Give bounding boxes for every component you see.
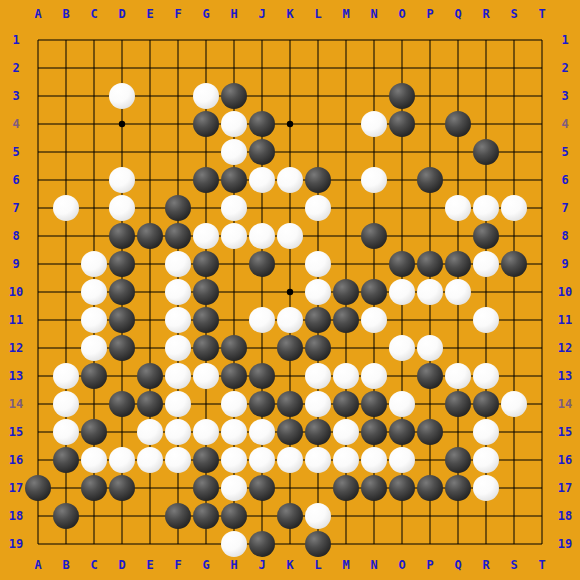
column-label-bottom-R: R xyxy=(475,557,497,573)
column-label-top-P: P xyxy=(419,6,441,22)
black-stone-P13[interactable] xyxy=(417,363,443,389)
black-stone-F7[interactable] xyxy=(165,195,191,221)
black-stone-K12[interactable] xyxy=(277,335,303,361)
white-stone-H17[interactable] xyxy=(221,475,247,501)
black-stone-L6[interactable] xyxy=(305,167,331,193)
white-stone-G15[interactable] xyxy=(193,419,219,445)
black-stone-N14[interactable] xyxy=(361,391,387,417)
white-stone-P12[interactable] xyxy=(417,335,443,361)
row-label-left-12: 12 xyxy=(5,340,27,356)
white-stone-J15[interactable] xyxy=(249,419,275,445)
column-label-bottom-E: E xyxy=(139,557,161,573)
white-stone-J8[interactable] xyxy=(249,223,275,249)
black-stone-J4[interactable] xyxy=(249,111,275,137)
column-label-top-L: L xyxy=(307,6,329,22)
row-label-left-13: 13 xyxy=(5,368,27,384)
column-label-bottom-T: T xyxy=(531,557,553,573)
black-stone-F8[interactable] xyxy=(165,223,191,249)
black-stone-M11[interactable] xyxy=(333,307,359,333)
row-label-left-10: 10 xyxy=(5,284,27,300)
black-stone-E13[interactable] xyxy=(137,363,163,389)
black-stone-J9[interactable] xyxy=(249,251,275,277)
column-label-top-D: D xyxy=(111,6,133,22)
column-label-bottom-B: B xyxy=(55,557,77,573)
column-label-bottom-H: H xyxy=(223,557,245,573)
column-label-top-N: N xyxy=(363,6,385,22)
black-stone-A17[interactable] xyxy=(25,475,51,501)
row-label-right-12: 12 xyxy=(554,340,576,356)
white-stone-F16[interactable] xyxy=(165,447,191,473)
column-label-bottom-F: F xyxy=(167,557,189,573)
white-stone-H19[interactable] xyxy=(221,531,247,557)
star-point-K10 xyxy=(287,289,293,295)
black-stone-Q16[interactable] xyxy=(445,447,471,473)
white-stone-N11[interactable] xyxy=(361,307,387,333)
white-stone-G3[interactable] xyxy=(193,83,219,109)
row-label-right-5: 5 xyxy=(554,144,576,160)
white-stone-H8[interactable] xyxy=(221,223,247,249)
row-label-right-14: 14 xyxy=(554,396,576,412)
white-stone-M13[interactable] xyxy=(333,363,359,389)
black-stone-K15[interactable] xyxy=(277,419,303,445)
white-stone-F15[interactable] xyxy=(165,419,191,445)
row-label-right-18: 18 xyxy=(554,508,576,524)
white-stone-N13[interactable] xyxy=(361,363,387,389)
white-stone-H16[interactable] xyxy=(221,447,247,473)
row-label-right-8: 8 xyxy=(554,228,576,244)
black-stone-M14[interactable] xyxy=(333,391,359,417)
black-stone-O17[interactable] xyxy=(389,475,415,501)
column-label-bottom-G: G xyxy=(195,557,217,573)
column-label-top-S: S xyxy=(503,6,525,22)
white-stone-R7[interactable] xyxy=(473,195,499,221)
row-label-left-19: 19 xyxy=(5,536,27,552)
black-stone-Q9[interactable] xyxy=(445,251,471,277)
column-label-bottom-K: K xyxy=(279,557,301,573)
white-stone-C12[interactable] xyxy=(81,335,107,361)
row-label-right-2: 2 xyxy=(554,60,576,76)
black-stone-H13[interactable] xyxy=(221,363,247,389)
column-label-top-B: B xyxy=(55,6,77,22)
black-stone-D8[interactable] xyxy=(109,223,135,249)
black-stone-F18[interactable] xyxy=(165,503,191,529)
row-label-right-10: 10 xyxy=(554,284,576,300)
white-stone-K16[interactable] xyxy=(277,447,303,473)
black-stone-G12[interactable] xyxy=(193,335,219,361)
row-label-right-16: 16 xyxy=(554,452,576,468)
black-stone-Q14[interactable] xyxy=(445,391,471,417)
black-stone-H12[interactable] xyxy=(221,335,247,361)
black-stone-P17[interactable] xyxy=(417,475,443,501)
row-label-left-16: 16 xyxy=(5,452,27,468)
black-stone-S9[interactable] xyxy=(501,251,527,277)
white-stone-K11[interactable] xyxy=(277,307,303,333)
black-stone-C17[interactable] xyxy=(81,475,107,501)
black-stone-Q4[interactable] xyxy=(445,111,471,137)
white-stone-J11[interactable] xyxy=(249,307,275,333)
white-stone-R9[interactable] xyxy=(473,251,499,277)
row-label-left-7: 7 xyxy=(5,200,27,216)
row-label-right-17: 17 xyxy=(554,480,576,496)
white-stone-K6[interactable] xyxy=(277,167,303,193)
white-stone-O14[interactable] xyxy=(389,391,415,417)
black-stone-E14[interactable] xyxy=(137,391,163,417)
column-label-top-R: R xyxy=(475,6,497,22)
row-label-right-4: 4 xyxy=(554,116,576,132)
black-stone-P15[interactable] xyxy=(417,419,443,445)
white-stone-L18[interactable] xyxy=(305,503,331,529)
white-stone-Q13[interactable] xyxy=(445,363,471,389)
black-stone-J19[interactable] xyxy=(249,531,275,557)
column-label-top-E: E xyxy=(139,6,161,22)
column-label-top-T: T xyxy=(531,6,553,22)
black-stone-G11[interactable] xyxy=(193,307,219,333)
column-label-bottom-J: J xyxy=(251,557,273,573)
black-stone-B18[interactable] xyxy=(53,503,79,529)
white-stone-K8[interactable] xyxy=(277,223,303,249)
row-label-right-1: 1 xyxy=(554,32,576,48)
column-label-top-K: K xyxy=(279,6,301,22)
row-label-right-9: 9 xyxy=(554,256,576,272)
black-stone-K18[interactable] xyxy=(277,503,303,529)
black-stone-H18[interactable] xyxy=(221,503,247,529)
white-stone-D6[interactable] xyxy=(109,167,135,193)
row-label-right-7: 7 xyxy=(554,200,576,216)
white-stone-F12[interactable] xyxy=(165,335,191,361)
black-stone-H3[interactable] xyxy=(221,83,247,109)
black-stone-G16[interactable] xyxy=(193,447,219,473)
white-stone-M15[interactable] xyxy=(333,419,359,445)
row-label-left-18: 18 xyxy=(5,508,27,524)
white-stone-J6[interactable] xyxy=(249,167,275,193)
white-stone-H7[interactable] xyxy=(221,195,247,221)
black-stone-D9[interactable] xyxy=(109,251,135,277)
column-label-top-Q: Q xyxy=(447,6,469,22)
black-stone-N15[interactable] xyxy=(361,419,387,445)
row-label-left-4: 4 xyxy=(5,116,27,132)
black-stone-M17[interactable] xyxy=(333,475,359,501)
column-label-bottom-C: C xyxy=(83,557,105,573)
black-stone-K14[interactable] xyxy=(277,391,303,417)
white-stone-D3[interactable] xyxy=(109,83,135,109)
black-stone-L15[interactable] xyxy=(305,419,331,445)
white-stone-B7[interactable] xyxy=(53,195,79,221)
black-stone-O15[interactable] xyxy=(389,419,415,445)
black-stone-D11[interactable] xyxy=(109,307,135,333)
white-stone-G8[interactable] xyxy=(193,223,219,249)
white-stone-R11[interactable] xyxy=(473,307,499,333)
column-label-top-A: A xyxy=(27,6,49,22)
column-label-top-G: G xyxy=(195,6,217,22)
white-stone-H5[interactable] xyxy=(221,139,247,165)
row-label-right-6: 6 xyxy=(554,172,576,188)
column-label-bottom-D: D xyxy=(111,557,133,573)
row-label-right-15: 15 xyxy=(554,424,576,440)
column-label-top-C: C xyxy=(83,6,105,22)
white-stone-M16[interactable] xyxy=(333,447,359,473)
black-stone-Q17[interactable] xyxy=(445,475,471,501)
black-stone-P9[interactable] xyxy=(417,251,443,277)
white-stone-L10[interactable] xyxy=(305,279,331,305)
black-stone-J17[interactable] xyxy=(249,475,275,501)
white-stone-D7[interactable] xyxy=(109,195,135,221)
black-stone-R14[interactable] xyxy=(473,391,499,417)
white-stone-E15[interactable] xyxy=(137,419,163,445)
black-stone-G6[interactable] xyxy=(193,167,219,193)
white-stone-D16[interactable] xyxy=(109,447,135,473)
white-stone-N6[interactable] xyxy=(361,167,387,193)
white-stone-C16[interactable] xyxy=(81,447,107,473)
black-stone-O3[interactable] xyxy=(389,83,415,109)
white-stone-F10[interactable] xyxy=(165,279,191,305)
row-label-left-2: 2 xyxy=(5,60,27,76)
black-stone-G10[interactable] xyxy=(193,279,219,305)
black-stone-L12[interactable] xyxy=(305,335,331,361)
star-point-K4 xyxy=(287,121,293,127)
black-stone-C15[interactable] xyxy=(81,419,107,445)
black-stone-J5[interactable] xyxy=(249,139,275,165)
black-stone-N10[interactable] xyxy=(361,279,387,305)
row-label-left-6: 6 xyxy=(5,172,27,188)
white-stone-L14[interactable] xyxy=(305,391,331,417)
row-label-left-15: 15 xyxy=(5,424,27,440)
black-stone-D14[interactable] xyxy=(109,391,135,417)
white-stone-N4[interactable] xyxy=(361,111,387,137)
column-label-bottom-O: O xyxy=(391,557,413,573)
column-label-top-O: O xyxy=(391,6,413,22)
white-stone-L9[interactable] xyxy=(305,251,331,277)
row-label-left-5: 5 xyxy=(5,144,27,160)
white-stone-G13[interactable] xyxy=(193,363,219,389)
column-label-bottom-S: S xyxy=(503,557,525,573)
black-stone-C13[interactable] xyxy=(81,363,107,389)
white-stone-H14[interactable] xyxy=(221,391,247,417)
white-stone-B14[interactable] xyxy=(53,391,79,417)
star-point-D4 xyxy=(119,121,125,127)
black-stone-O9[interactable] xyxy=(389,251,415,277)
white-stone-C11[interactable] xyxy=(81,307,107,333)
white-stone-R17[interactable] xyxy=(473,475,499,501)
black-stone-G18[interactable] xyxy=(193,503,219,529)
column-label-bottom-A: A xyxy=(27,557,49,573)
go-board[interactable]: AABBCCDDEEFFGGHHJJKKLLMMNNOOPPQQRRSSTT11… xyxy=(0,0,580,580)
row-label-left-14: 14 xyxy=(5,396,27,412)
black-stone-L19[interactable] xyxy=(305,531,331,557)
black-stone-R8[interactable] xyxy=(473,223,499,249)
white-stone-F14[interactable] xyxy=(165,391,191,417)
black-stone-G4[interactable] xyxy=(193,111,219,137)
white-stone-O12[interactable] xyxy=(389,335,415,361)
white-stone-J16[interactable] xyxy=(249,447,275,473)
column-label-bottom-P: P xyxy=(419,557,441,573)
white-stone-R15[interactable] xyxy=(473,419,499,445)
black-stone-N17[interactable] xyxy=(361,475,387,501)
black-stone-N8[interactable] xyxy=(361,223,387,249)
white-stone-F11[interactable] xyxy=(165,307,191,333)
white-stone-H4[interactable] xyxy=(221,111,247,137)
black-stone-E8[interactable] xyxy=(137,223,163,249)
row-label-left-3: 3 xyxy=(5,88,27,104)
white-stone-P10[interactable] xyxy=(417,279,443,305)
column-label-top-M: M xyxy=(335,6,357,22)
black-stone-J14[interactable] xyxy=(249,391,275,417)
row-label-right-13: 13 xyxy=(554,368,576,384)
white-stone-F9[interactable] xyxy=(165,251,191,277)
white-stone-L16[interactable] xyxy=(305,447,331,473)
white-stone-R16[interactable] xyxy=(473,447,499,473)
row-label-left-17: 17 xyxy=(5,480,27,496)
black-stone-M10[interactable] xyxy=(333,279,359,305)
row-label-right-11: 11 xyxy=(554,312,576,328)
white-stone-C10[interactable] xyxy=(81,279,107,305)
white-stone-L13[interactable] xyxy=(305,363,331,389)
white-stone-O10[interactable] xyxy=(389,279,415,305)
black-stone-L11[interactable] xyxy=(305,307,331,333)
column-label-bottom-L: L xyxy=(307,557,329,573)
row-label-left-9: 9 xyxy=(5,256,27,272)
column-label-bottom-Q: Q xyxy=(447,557,469,573)
row-label-left-1: 1 xyxy=(5,32,27,48)
column-label-top-J: J xyxy=(251,6,273,22)
white-stone-H15[interactable] xyxy=(221,419,247,445)
white-stone-Q7[interactable] xyxy=(445,195,471,221)
white-stone-C9[interactable] xyxy=(81,251,107,277)
white-stone-F13[interactable] xyxy=(165,363,191,389)
white-stone-S14[interactable] xyxy=(501,391,527,417)
column-label-top-H: H xyxy=(223,6,245,22)
black-stone-H6[interactable] xyxy=(221,167,247,193)
column-label-bottom-M: M xyxy=(335,557,357,573)
black-stone-O4[interactable] xyxy=(389,111,415,137)
row-label-left-11: 11 xyxy=(5,312,27,328)
row-label-right-3: 3 xyxy=(554,88,576,104)
black-stone-G17[interactable] xyxy=(193,475,219,501)
white-stone-Q10[interactable] xyxy=(445,279,471,305)
white-stone-O16[interactable] xyxy=(389,447,415,473)
white-stone-L7[interactable] xyxy=(305,195,331,221)
row-label-left-8: 8 xyxy=(5,228,27,244)
black-stone-D17[interactable] xyxy=(109,475,135,501)
white-stone-N16[interactable] xyxy=(361,447,387,473)
column-label-bottom-N: N xyxy=(363,557,385,573)
white-stone-B13[interactable] xyxy=(53,363,79,389)
black-stone-G9[interactable] xyxy=(193,251,219,277)
black-stone-J13[interactable] xyxy=(249,363,275,389)
black-stone-P6[interactable] xyxy=(417,167,443,193)
black-stone-D12[interactable] xyxy=(109,335,135,361)
black-stone-R5[interactable] xyxy=(473,139,499,165)
black-stone-D10[interactable] xyxy=(109,279,135,305)
white-stone-R13[interactable] xyxy=(473,363,499,389)
white-stone-B15[interactable] xyxy=(53,419,79,445)
black-stone-B16[interactable] xyxy=(53,447,79,473)
column-label-top-F: F xyxy=(167,6,189,22)
white-stone-E16[interactable] xyxy=(137,447,163,473)
white-stone-S7[interactable] xyxy=(501,195,527,221)
row-label-right-19: 19 xyxy=(554,536,576,552)
